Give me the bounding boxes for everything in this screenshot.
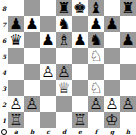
board-square-d4[interactable]: ♙	[56, 64, 72, 80]
black-pawn: ♟	[25, 16, 38, 32]
board-square-f4[interactable]	[88, 64, 104, 80]
board-square-g3[interactable]	[104, 80, 120, 96]
board-square-d2[interactable]	[56, 96, 72, 112]
rank-label-8: 8	[0, 0, 8, 16]
rank-label-2: 2	[0, 96, 8, 112]
white-rook: ♖	[9, 112, 22, 128]
black-knight: ♞	[89, 32, 102, 48]
white-bishop: ♗	[57, 32, 70, 48]
white-queen: ♕	[57, 80, 70, 96]
white-pawn: ♙	[25, 96, 38, 112]
board-square-f8[interactable]: ♝	[88, 0, 104, 16]
board-square-e7[interactable]	[72, 16, 88, 32]
white-knight: ♘	[89, 80, 102, 96]
rank-label-7: 7	[0, 16, 8, 32]
black-pawn: ♟	[121, 32, 134, 48]
white-rook: ♖	[73, 112, 86, 128]
board-square-e3[interactable]	[72, 80, 88, 96]
file-label-b: b	[24, 128, 40, 135]
rank-label-3: 3	[0, 80, 8, 96]
board-square-f7[interactable]: ♟	[88, 16, 104, 32]
board-square-b5[interactable]	[24, 48, 40, 64]
board-square-g7[interactable]: ♟	[104, 16, 120, 32]
board-square-h5[interactable]	[120, 48, 136, 64]
board-square-h2[interactable]: ♙	[120, 96, 136, 112]
black-king: ♚	[73, 0, 86, 16]
white-pawn: ♙	[9, 96, 22, 112]
board-square-c8[interactable]	[40, 0, 56, 16]
black-pawn: ♟	[105, 16, 118, 32]
white-pawn: ♙	[89, 96, 102, 112]
board-square-g1[interactable]: ♔	[104, 112, 120, 128]
board-square-d7[interactable]: ♞	[56, 16, 72, 32]
white-to-move-indicator	[1, 129, 7, 135]
board-square-c4[interactable]: ♙	[40, 64, 56, 80]
file-label-f: f	[88, 128, 104, 135]
board-square-a2[interactable]: ♙	[8, 96, 24, 112]
board-square-b7[interactable]: ♟	[24, 16, 40, 32]
board-square-e8[interactable]: ♚	[72, 0, 88, 16]
board-square-h1[interactable]	[120, 112, 136, 128]
board-square-f1[interactable]	[88, 112, 104, 128]
black-queen: ♛	[9, 32, 22, 48]
board-square-h4[interactable]	[120, 64, 136, 80]
board-square-f5[interactable]: ♘	[88, 48, 104, 64]
rank-label-1: 1	[0, 112, 8, 128]
board-square-d1[interactable]	[56, 112, 72, 128]
board-square-c1[interactable]	[40, 112, 56, 128]
board-square-a4[interactable]	[8, 64, 24, 80]
board-square-b6[interactable]	[24, 32, 40, 48]
white-pawn: ♙	[121, 96, 134, 112]
rank-label-5: 5	[0, 48, 8, 64]
board-square-e2[interactable]	[72, 96, 88, 112]
board-square-d8[interactable]: ♜	[56, 0, 72, 16]
board-square-g2[interactable]: ♙	[104, 96, 120, 112]
black-pawn: ♟	[41, 32, 54, 48]
board-square-g5[interactable]	[104, 48, 120, 64]
file-label-c: c	[40, 128, 56, 135]
black-pawn: ♟	[9, 16, 22, 32]
board-square-c6[interactable]: ♟	[40, 32, 56, 48]
board-square-c2[interactable]	[40, 96, 56, 112]
board-square-c5[interactable]	[40, 48, 56, 64]
board-square-g8[interactable]	[104, 0, 120, 16]
board-square-h3[interactable]	[120, 80, 136, 96]
black-pawn: ♟	[89, 16, 102, 32]
white-pawn: ♙	[105, 96, 118, 112]
rank-labels: 87654321	[0, 0, 8, 128]
board-square-f2[interactable]: ♙	[88, 96, 104, 112]
file-label-h: h	[120, 128, 136, 135]
board-square-a3[interactable]	[8, 80, 24, 96]
chess-diagram: 87654321 ♜♚♝♜♟♟♞♟♟♛♟♗♟♞♟♘♙♙♕♘♙♙♙♙♙♖♖♔ ab…	[0, 0, 136, 135]
board-square-f3[interactable]: ♘	[88, 80, 104, 96]
board-square-f6[interactable]: ♞	[88, 32, 104, 48]
white-knight: ♘	[89, 48, 102, 64]
rank-label-6: 6	[0, 32, 8, 48]
board-square-b3[interactable]	[24, 80, 40, 96]
board-square-e6[interactable]: ♟	[72, 32, 88, 48]
board-square-c7[interactable]	[40, 16, 56, 32]
black-rook: ♜	[121, 0, 134, 16]
board-square-a1[interactable]: ♖	[8, 112, 24, 128]
file-label-d: d	[56, 128, 72, 135]
file-label-g: g	[104, 128, 120, 135]
board-square-g6[interactable]	[104, 32, 120, 48]
rank-label-4: 4	[0, 64, 8, 80]
black-bishop: ♝	[89, 0, 102, 16]
white-pawn: ♙	[41, 64, 54, 80]
board-square-d3[interactable]: ♕	[56, 80, 72, 96]
board-square-c3[interactable]	[40, 80, 56, 96]
board-square-h8[interactable]: ♜	[120, 0, 136, 16]
white-pawn: ♙	[57, 64, 70, 80]
board-square-b8[interactable]	[24, 0, 40, 16]
board-square-d5[interactable]	[56, 48, 72, 64]
board-square-d6[interactable]: ♗	[56, 32, 72, 48]
board-square-a6[interactable]: ♛	[8, 32, 24, 48]
board-square-a5[interactable]	[8, 48, 24, 64]
board-square-e5[interactable]	[72, 48, 88, 64]
white-king: ♔	[105, 112, 118, 128]
black-pawn: ♟	[73, 32, 86, 48]
file-label-a: a	[8, 128, 24, 135]
chess-board: ♜♚♝♜♟♟♞♟♟♛♟♗♟♞♟♘♙♙♕♘♙♙♙♙♙♖♖♔	[8, 0, 136, 128]
board-square-e1[interactable]: ♖	[72, 112, 88, 128]
board-square-b2[interactable]: ♙	[24, 96, 40, 112]
board-square-a7[interactable]: ♟	[8, 16, 24, 32]
black-knight: ♞	[57, 16, 70, 32]
board-square-g4[interactable]	[104, 64, 120, 80]
board-square-e4[interactable]	[72, 64, 88, 80]
board-square-h6[interactable]: ♟	[120, 32, 136, 48]
black-rook: ♜	[57, 0, 70, 16]
board-square-h7[interactable]	[120, 16, 136, 32]
file-labels: abcdefgh	[8, 128, 136, 135]
file-label-e: e	[72, 128, 88, 135]
board-square-b1[interactable]	[24, 112, 40, 128]
board-square-a8[interactable]	[8, 0, 24, 16]
board-square-b4[interactable]	[24, 64, 40, 80]
